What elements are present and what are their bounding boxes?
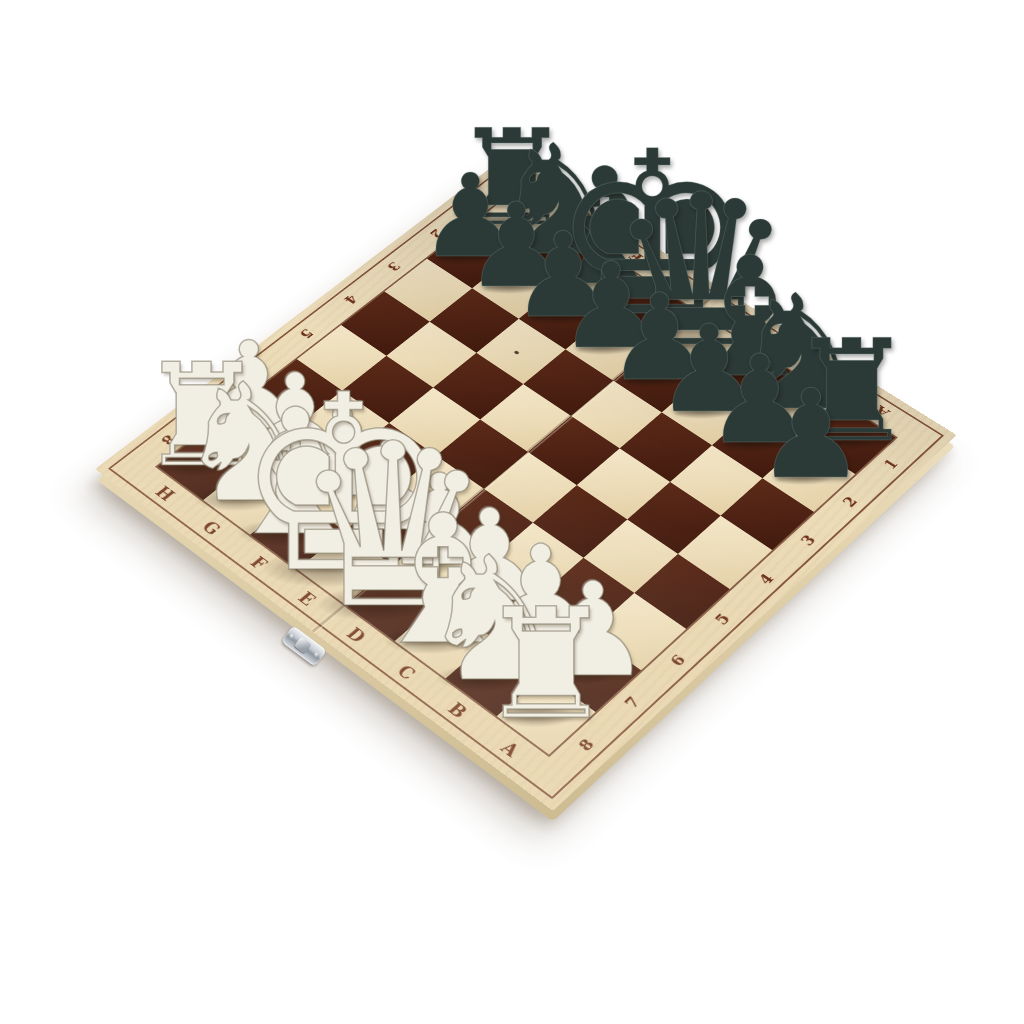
clasp-knob xyxy=(294,636,312,653)
chess-board: HGFEDCBA HGFEDCBA 12345678 12345678 xyxy=(95,155,957,811)
chess-set-photo: HGFEDCBA HGFEDCBA 12345678 12345678 ♜♞♟♝… xyxy=(0,0,1024,1024)
scene-perspective: HGFEDCBA HGFEDCBA 12345678 12345678 xyxy=(0,0,1024,1024)
clasp-screw xyxy=(288,633,295,640)
clasp-screw xyxy=(313,651,320,658)
board-grid xyxy=(155,193,898,757)
